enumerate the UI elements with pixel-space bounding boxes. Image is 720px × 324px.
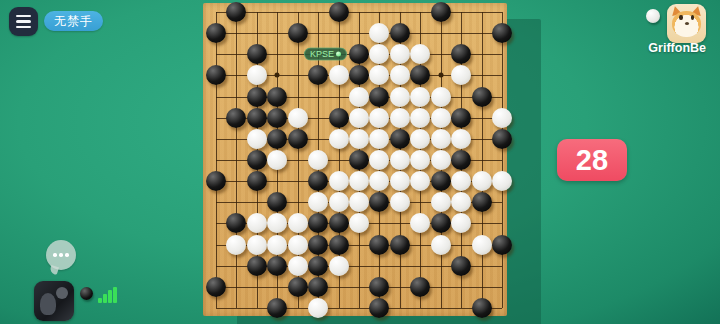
black-stone bbox=[329, 213, 349, 233]
white-stone bbox=[410, 44, 430, 64]
white-stone bbox=[267, 150, 287, 170]
white-stone bbox=[369, 65, 389, 85]
black-stone bbox=[329, 235, 349, 255]
rule-badge: 无禁手 bbox=[44, 11, 103, 31]
white-stone bbox=[267, 213, 287, 233]
black-stone bbox=[410, 65, 430, 85]
white-stone bbox=[308, 298, 328, 318]
black-stone bbox=[410, 277, 430, 297]
black-stone bbox=[206, 277, 226, 297]
black-stone bbox=[247, 171, 267, 191]
black-stone bbox=[349, 44, 369, 64]
white-stone bbox=[390, 65, 410, 85]
black-stone bbox=[267, 129, 287, 149]
white-stone bbox=[451, 65, 471, 85]
white-stone bbox=[308, 150, 328, 170]
black-stone bbox=[206, 171, 226, 191]
black-stone bbox=[206, 65, 226, 85]
white-stone bbox=[431, 87, 451, 107]
black-stone bbox=[308, 277, 328, 297]
white-stone bbox=[451, 213, 471, 233]
white-stone bbox=[451, 129, 471, 149]
black-stone bbox=[308, 213, 328, 233]
black-stone bbox=[472, 298, 492, 318]
black-stone bbox=[288, 23, 308, 43]
white-stone bbox=[349, 171, 369, 191]
gomoku-board[interactable]: KPSE bbox=[203, 3, 507, 316]
black-stone bbox=[267, 192, 287, 212]
black-stone bbox=[451, 108, 471, 128]
last-move-player-label: KPSE bbox=[304, 48, 347, 61]
white-stone bbox=[451, 192, 471, 212]
white-stone bbox=[410, 171, 430, 191]
white-stone bbox=[472, 171, 492, 191]
white-stone bbox=[247, 129, 267, 149]
my-black-stone-indicator bbox=[80, 287, 93, 300]
white-stone bbox=[369, 108, 389, 128]
black-stone bbox=[390, 23, 410, 43]
black-stone bbox=[492, 235, 512, 255]
black-stone bbox=[267, 108, 287, 128]
black-stone bbox=[369, 235, 389, 255]
white-stone bbox=[451, 171, 471, 191]
white-stone bbox=[288, 108, 308, 128]
black-stone bbox=[451, 150, 471, 170]
white-stone bbox=[410, 150, 430, 170]
move-timer: 28 bbox=[557, 139, 627, 181]
black-stone bbox=[267, 298, 287, 318]
star-point bbox=[438, 73, 443, 78]
black-stone bbox=[431, 213, 451, 233]
black-stone bbox=[247, 256, 267, 276]
white-stone bbox=[288, 256, 308, 276]
white-stone bbox=[369, 150, 389, 170]
black-stone bbox=[329, 2, 349, 22]
white-stone bbox=[410, 129, 430, 149]
chat-bubble-tail bbox=[49, 265, 59, 275]
black-stone bbox=[308, 171, 328, 191]
white-stone bbox=[349, 192, 369, 212]
black-stone bbox=[329, 108, 349, 128]
white-stone bbox=[390, 44, 410, 64]
white-stone bbox=[349, 108, 369, 128]
white-stone bbox=[410, 213, 430, 233]
white-stone bbox=[390, 87, 410, 107]
black-stone bbox=[431, 2, 451, 22]
black-stone bbox=[226, 108, 246, 128]
black-stone bbox=[390, 235, 410, 255]
white-stone bbox=[247, 65, 267, 85]
black-stone bbox=[431, 171, 451, 191]
white-stone bbox=[472, 235, 492, 255]
ellipsis-icon bbox=[53, 253, 57, 257]
black-stone bbox=[308, 235, 328, 255]
connection-signal-icon bbox=[98, 286, 118, 303]
black-stone bbox=[308, 256, 328, 276]
white-stone bbox=[349, 129, 369, 149]
white-stone bbox=[369, 44, 389, 64]
white-stone bbox=[390, 150, 410, 170]
white-stone bbox=[431, 150, 451, 170]
black-stone bbox=[247, 150, 267, 170]
white-stone bbox=[431, 192, 451, 212]
white-stone bbox=[226, 235, 246, 255]
black-stone bbox=[267, 87, 287, 107]
white-stone bbox=[390, 108, 410, 128]
black-stone bbox=[472, 192, 492, 212]
white-stone bbox=[288, 235, 308, 255]
white-stone bbox=[329, 129, 349, 149]
black-stone bbox=[308, 65, 328, 85]
black-stone bbox=[492, 129, 512, 149]
game-screen: 无禁手 GriffonBe 28 KPSE bbox=[0, 0, 720, 324]
black-stone bbox=[288, 277, 308, 297]
white-stone bbox=[329, 171, 349, 191]
leaf-dot-icon bbox=[336, 52, 341, 57]
opponent-white-stone-indicator bbox=[646, 9, 660, 23]
my-avatar[interactable] bbox=[34, 281, 74, 321]
white-stone bbox=[288, 213, 308, 233]
white-stone bbox=[410, 87, 430, 107]
white-stone bbox=[247, 235, 267, 255]
white-stone bbox=[369, 23, 389, 43]
black-stone bbox=[226, 213, 246, 233]
white-stone bbox=[329, 192, 349, 212]
menu-button[interactable] bbox=[9, 7, 38, 36]
white-stone bbox=[390, 192, 410, 212]
white-stone bbox=[492, 108, 512, 128]
white-stone bbox=[431, 129, 451, 149]
board-grid[interactable]: KPSE bbox=[216, 12, 502, 308]
black-stone bbox=[247, 87, 267, 107]
white-stone bbox=[308, 192, 328, 212]
black-stone bbox=[472, 87, 492, 107]
black-stone bbox=[451, 44, 471, 64]
black-stone bbox=[369, 298, 389, 318]
black-stone bbox=[349, 65, 369, 85]
black-stone bbox=[349, 150, 369, 170]
black-stone bbox=[492, 23, 512, 43]
white-stone bbox=[247, 213, 267, 233]
black-stone bbox=[369, 192, 389, 212]
black-stone bbox=[267, 256, 287, 276]
white-stone bbox=[369, 129, 389, 149]
black-stone bbox=[247, 108, 267, 128]
white-stone bbox=[410, 108, 430, 128]
white-stone bbox=[349, 213, 369, 233]
white-stone bbox=[390, 171, 410, 191]
opponent-avatar[interactable] bbox=[667, 4, 706, 43]
star-point bbox=[275, 73, 280, 78]
hamburger-icon bbox=[16, 15, 31, 18]
black-stone bbox=[369, 277, 389, 297]
black-stone bbox=[206, 23, 226, 43]
white-stone bbox=[431, 108, 451, 128]
white-stone bbox=[267, 235, 287, 255]
black-stone bbox=[288, 129, 308, 149]
black-stone bbox=[451, 256, 471, 276]
black-stone bbox=[390, 129, 410, 149]
white-stone bbox=[492, 171, 512, 191]
black-stone bbox=[247, 44, 267, 64]
white-stone bbox=[329, 256, 349, 276]
opponent-name: GriffonBe bbox=[610, 41, 706, 55]
black-stone bbox=[226, 2, 246, 22]
white-stone bbox=[349, 87, 369, 107]
white-stone bbox=[369, 171, 389, 191]
white-stone bbox=[431, 235, 451, 255]
black-stone bbox=[369, 87, 389, 107]
white-stone bbox=[329, 65, 349, 85]
